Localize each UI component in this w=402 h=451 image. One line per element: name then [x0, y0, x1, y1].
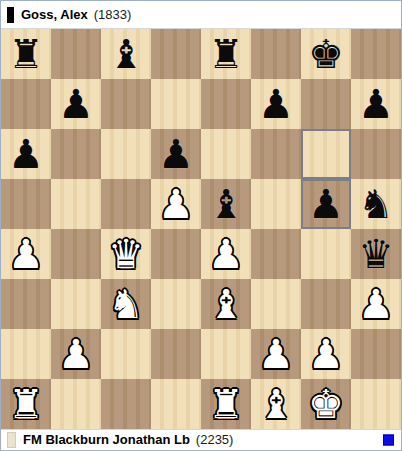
square-c6[interactable]	[101, 129, 151, 179]
square-h5[interactable]: ♞	[351, 179, 401, 229]
square-b1[interactable]	[51, 379, 101, 429]
square-f5[interactable]	[251, 179, 301, 229]
square-f6[interactable]	[251, 129, 301, 179]
square-a1[interactable]: ♜	[1, 379, 51, 429]
square-e5[interactable]: ♝	[201, 179, 251, 229]
square-e7[interactable]	[201, 79, 251, 129]
black-pawn-icon[interactable]: ♟	[358, 79, 394, 129]
bottom-player-rating: (2235)	[196, 432, 234, 447]
white-bishop-icon[interactable]: ♝	[258, 379, 294, 429]
square-a3[interactable]	[1, 279, 51, 329]
white-king-icon[interactable]: ♚	[308, 379, 344, 429]
white-pawn-icon[interactable]: ♟	[8, 229, 44, 279]
square-c1[interactable]	[101, 379, 151, 429]
square-g6[interactable]	[301, 129, 351, 179]
white-knight-icon[interactable]: ♞	[108, 279, 144, 329]
chess-app-window: Goss, Alex (1833) ♜♝♜♚♟♟♟♟♟♟♝♟♞♟♛♟♛♞♝♟♟♟…	[0, 0, 402, 451]
white-pawn-icon[interactable]: ♟	[258, 329, 294, 379]
square-g3[interactable]	[301, 279, 351, 329]
square-e6[interactable]	[201, 129, 251, 179]
square-h8[interactable]	[351, 29, 401, 79]
white-color-chip-icon	[7, 432, 16, 448]
white-pawn-icon[interactable]: ♟	[58, 329, 94, 379]
square-h7[interactable]: ♟	[351, 79, 401, 129]
square-d1[interactable]	[151, 379, 201, 429]
black-rook-icon[interactable]: ♜	[8, 29, 44, 79]
square-d8[interactable]	[151, 29, 201, 79]
square-a2[interactable]	[1, 329, 51, 379]
black-knight-icon[interactable]: ♞	[358, 179, 394, 229]
white-rook-icon[interactable]: ♜	[8, 379, 44, 429]
square-b3[interactable]	[51, 279, 101, 329]
square-c3[interactable]: ♞	[101, 279, 151, 329]
square-e2[interactable]	[201, 329, 251, 379]
square-a8[interactable]: ♜	[1, 29, 51, 79]
white-bishop-icon[interactable]: ♝	[208, 279, 244, 329]
square-b2[interactable]: ♟	[51, 329, 101, 379]
square-g1[interactable]: ♚	[301, 379, 351, 429]
square-d2[interactable]	[151, 329, 201, 379]
black-pawn-icon[interactable]: ♟	[258, 79, 294, 129]
black-pawn-icon[interactable]: ♟	[308, 179, 344, 229]
white-rook-icon[interactable]: ♜	[208, 379, 244, 429]
square-e3[interactable]: ♝	[201, 279, 251, 329]
square-c4[interactable]: ♛	[101, 229, 151, 279]
white-queen-icon[interactable]: ♛	[108, 229, 144, 279]
square-a6[interactable]: ♟	[1, 129, 51, 179]
square-h4[interactable]: ♛	[351, 229, 401, 279]
square-c7[interactable]	[101, 79, 151, 129]
square-d7[interactable]	[151, 79, 201, 129]
black-pawn-icon[interactable]: ♟	[58, 79, 94, 129]
chess-board[interactable]: ♜♝♜♚♟♟♟♟♟♟♝♟♞♟♛♟♛♞♝♟♟♟♟♜♜♝♚	[1, 29, 401, 429]
white-pawn-icon[interactable]: ♟	[308, 329, 344, 379]
square-f1[interactable]: ♝	[251, 379, 301, 429]
black-rook-icon[interactable]: ♜	[208, 29, 244, 79]
square-a4[interactable]: ♟	[1, 229, 51, 279]
square-g4[interactable]	[301, 229, 351, 279]
square-d6[interactable]: ♟	[151, 129, 201, 179]
square-h3[interactable]: ♟	[351, 279, 401, 329]
square-f3[interactable]	[251, 279, 301, 329]
square-g5[interactable]: ♟	[301, 179, 351, 229]
square-c8[interactable]: ♝	[101, 29, 151, 79]
white-to-move-indicator	[383, 434, 394, 445]
bottom-player-bar: FM Blackburn Jonathan Lb (2235)	[1, 429, 401, 449]
square-d4[interactable]	[151, 229, 201, 279]
bottom-player-name: FM Blackburn Jonathan Lb	[23, 432, 190, 447]
black-bishop-icon[interactable]: ♝	[108, 29, 144, 79]
square-b5[interactable]	[51, 179, 101, 229]
black-pawn-icon[interactable]: ♟	[8, 129, 44, 179]
square-b7[interactable]: ♟	[51, 79, 101, 129]
square-b4[interactable]	[51, 229, 101, 279]
square-c2[interactable]	[101, 329, 151, 379]
square-a7[interactable]	[1, 79, 51, 129]
square-f8[interactable]	[251, 29, 301, 79]
square-e4[interactable]: ♟	[201, 229, 251, 279]
square-h6[interactable]	[351, 129, 401, 179]
white-pawn-icon[interactable]: ♟	[208, 229, 244, 279]
top-player-name: Goss, Alex	[21, 7, 88, 22]
top-player-bar: Goss, Alex (1833)	[1, 1, 401, 29]
black-queen-icon[interactable]: ♛	[358, 229, 394, 279]
black-pawn-icon[interactable]: ♟	[158, 129, 194, 179]
square-f4[interactable]	[251, 229, 301, 279]
square-b8[interactable]	[51, 29, 101, 79]
square-c5[interactable]	[101, 179, 151, 229]
square-f2[interactable]: ♟	[251, 329, 301, 379]
square-g7[interactable]	[301, 79, 351, 129]
square-e8[interactable]: ♜	[201, 29, 251, 79]
square-h2[interactable]	[351, 329, 401, 379]
square-d5[interactable]: ♟	[151, 179, 201, 229]
square-b6[interactable]	[51, 129, 101, 179]
black-king-icon[interactable]: ♚	[308, 29, 344, 79]
square-g2[interactable]: ♟	[301, 329, 351, 379]
square-h1[interactable]	[351, 379, 401, 429]
square-f7[interactable]: ♟	[251, 79, 301, 129]
square-g8[interactable]: ♚	[301, 29, 351, 79]
white-pawn-icon[interactable]: ♟	[358, 279, 394, 329]
square-a5[interactable]	[1, 179, 51, 229]
square-d3[interactable]	[151, 279, 201, 329]
black-bishop-icon[interactable]: ♝	[208, 179, 244, 229]
square-e1[interactable]: ♜	[201, 379, 251, 429]
top-player-rating: (1833)	[94, 7, 132, 22]
white-pawn-icon[interactable]: ♟	[158, 179, 194, 229]
black-color-chip-icon	[7, 7, 14, 23]
